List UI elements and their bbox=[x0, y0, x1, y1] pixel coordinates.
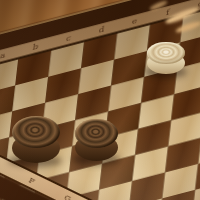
checker-dark-d4[interactable] bbox=[75, 119, 118, 161]
piece-top bbox=[12, 116, 60, 148]
piece-top bbox=[75, 119, 118, 148]
checker-dark-b5[interactable] bbox=[12, 116, 60, 163]
board-photo-scene: abcdefgh EFG bbox=[0, 0, 200, 200]
checker-light-f7[interactable] bbox=[147, 42, 185, 74]
piece-top bbox=[147, 42, 185, 64]
